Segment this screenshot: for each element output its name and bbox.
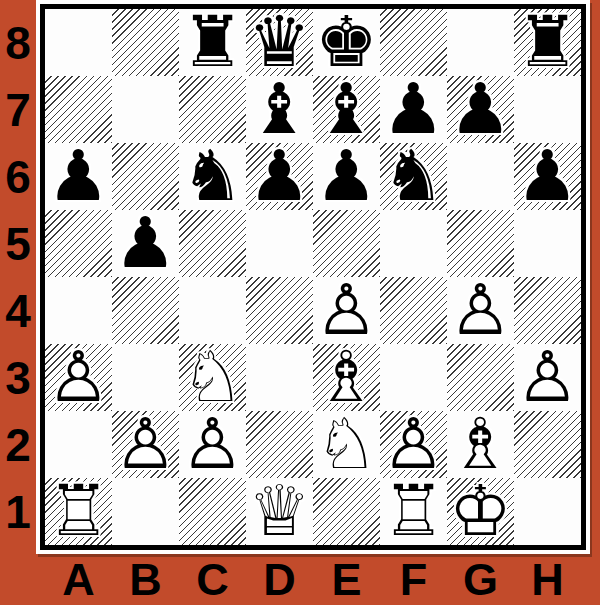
piece-white-pawn[interactable]: ♟♙ [179, 411, 246, 478]
board-widget: ♜♛♚♜♝♝♟♟♟♞♟♟♞♟♟♟♙♟♙♟♙♞♘♝♗♟♙♟♙♟♙♞♘♟♙♝♗♜♖♛… [36, 0, 590, 554]
square-d1[interactable]: ♛♕ [246, 478, 313, 545]
piece-white-knight[interactable]: ♞♘ [313, 411, 380, 478]
square-g2[interactable]: ♝♗ [447, 411, 514, 478]
board-frame: ♜♛♚♜♝♝♟♟♟♞♟♟♞♟♟♟♙♟♙♟♙♞♘♝♗♟♙♟♙♟♙♞♘♟♙♝♗♜♖♛… [40, 4, 586, 550]
white-pawn-icon: ♙ [313, 277, 380, 344]
black-bishop-icon: ♝ [246, 76, 313, 143]
square-e1[interactable] [313, 478, 380, 545]
file-label-d: D [246, 554, 313, 605]
square-g4[interactable]: ♟♙ [447, 277, 514, 344]
white-knight-icon: ♘ [313, 411, 380, 478]
square-c8[interactable]: ♜ [179, 9, 246, 76]
square-h3[interactable]: ♟♙ [514, 344, 581, 411]
piece-white-pawn[interactable]: ♟♙ [112, 411, 179, 478]
piece-white-rook[interactable]: ♜♖ [380, 478, 447, 545]
square-e2[interactable]: ♞♘ [313, 411, 380, 478]
square-c1[interactable] [179, 478, 246, 545]
black-king-icon: ♚ [313, 9, 380, 76]
piece-white-bishop[interactable]: ♝♗ [447, 411, 514, 478]
square-f2[interactable]: ♟♙ [380, 411, 447, 478]
piece-black-pawn[interactable]: ♟ [313, 143, 380, 210]
square-e5[interactable] [313, 210, 380, 277]
white-bishop-icon: ♗ [447, 411, 514, 478]
square-h6[interactable]: ♟ [514, 143, 581, 210]
piece-white-bishop[interactable]: ♝♗ [313, 344, 380, 411]
square-h7[interactable] [514, 76, 581, 143]
square-h1[interactable] [514, 478, 581, 545]
square-g7[interactable]: ♟ [447, 76, 514, 143]
piece-black-king[interactable]: ♚ [313, 9, 380, 76]
square-g1[interactable]: ♚♔ [447, 478, 514, 545]
rank-label-1: 1 [0, 478, 36, 545]
black-pawn-icon: ♟ [246, 143, 313, 210]
square-d6[interactable]: ♟ [246, 143, 313, 210]
piece-black-rook[interactable]: ♜ [179, 9, 246, 76]
black-pawn-icon: ♟ [45, 143, 112, 210]
piece-white-king[interactable]: ♚♔ [447, 478, 514, 545]
square-a4[interactable] [45, 277, 112, 344]
square-b8[interactable] [112, 9, 179, 76]
square-e4[interactable]: ♟♙ [313, 277, 380, 344]
square-f6[interactable]: ♞ [380, 143, 447, 210]
square-h5[interactable] [514, 210, 581, 277]
file-label-g: G [447, 554, 514, 605]
square-a3[interactable]: ♟♙ [45, 344, 112, 411]
file-labels: ABCDEFGH [45, 554, 581, 605]
square-c2[interactable]: ♟♙ [179, 411, 246, 478]
piece-black-bishop[interactable]: ♝ [246, 76, 313, 143]
rank-label-7: 7 [0, 76, 36, 143]
square-f1[interactable]: ♜♖ [380, 478, 447, 545]
piece-white-pawn[interactable]: ♟♙ [447, 277, 514, 344]
square-b7[interactable] [112, 76, 179, 143]
file-label-a: A [45, 554, 112, 605]
square-h4[interactable] [514, 277, 581, 344]
square-c5[interactable] [179, 210, 246, 277]
rank-labels: 87654321 [0, 9, 36, 545]
piece-black-knight[interactable]: ♞ [179, 143, 246, 210]
piece-white-pawn[interactable]: ♟♙ [313, 277, 380, 344]
file-label-c: C [179, 554, 246, 605]
square-g6[interactable] [447, 143, 514, 210]
rank-label-5: 5 [0, 210, 36, 277]
square-f8[interactable] [380, 9, 447, 76]
square-f4[interactable] [380, 277, 447, 344]
square-a1[interactable]: ♜♖ [45, 478, 112, 545]
white-pawn-icon: ♙ [447, 277, 514, 344]
rank-label-6: 6 [0, 143, 36, 210]
square-c7[interactable] [179, 76, 246, 143]
white-pawn-icon: ♙ [380, 411, 447, 478]
black-bishop-icon: ♝ [313, 76, 380, 143]
rank-label-2: 2 [0, 411, 36, 478]
square-c6[interactable]: ♞ [179, 143, 246, 210]
white-knight-icon: ♘ [179, 344, 246, 411]
square-b6[interactable] [112, 143, 179, 210]
piece-black-pawn[interactable]: ♟ [514, 143, 581, 210]
black-queen-icon: ♛ [246, 9, 313, 76]
square-d7[interactable]: ♝ [246, 76, 313, 143]
file-label-h: H [514, 554, 581, 605]
file-label-f: F [380, 554, 447, 605]
black-knight-icon: ♞ [179, 143, 246, 210]
black-rook-icon: ♜ [514, 9, 581, 76]
square-f7[interactable]: ♟ [380, 76, 447, 143]
chess-board: ♜♛♚♜♝♝♟♟♟♞♟♟♞♟♟♟♙♟♙♟♙♞♘♝♗♟♙♟♙♟♙♞♘♟♙♝♗♜♖♛… [45, 9, 581, 545]
black-pawn-icon: ♟ [313, 143, 380, 210]
piece-white-queen[interactable]: ♛♕ [246, 478, 313, 545]
square-a5[interactable] [45, 210, 112, 277]
square-g8[interactable] [447, 9, 514, 76]
black-pawn-icon: ♟ [447, 76, 514, 143]
piece-white-pawn[interactable]: ♟♙ [514, 344, 581, 411]
square-b2[interactable]: ♟♙ [112, 411, 179, 478]
square-a2[interactable] [45, 411, 112, 478]
piece-white-knight[interactable]: ♞♘ [179, 344, 246, 411]
piece-black-queen[interactable]: ♛ [246, 9, 313, 76]
black-rook-icon: ♜ [179, 9, 246, 76]
square-h8[interactable]: ♜ [514, 9, 581, 76]
square-c4[interactable] [179, 277, 246, 344]
file-label-e: E [313, 554, 380, 605]
piece-black-pawn[interactable]: ♟ [380, 76, 447, 143]
rank-label-4: 4 [0, 277, 36, 344]
square-d3[interactable] [246, 344, 313, 411]
square-c3[interactable]: ♞♘ [179, 344, 246, 411]
black-pawn-icon: ♟ [112, 210, 179, 277]
square-g3[interactable] [447, 344, 514, 411]
white-pawn-icon: ♙ [112, 411, 179, 478]
black-knight-icon: ♞ [380, 143, 447, 210]
square-g5[interactable] [447, 210, 514, 277]
white-pawn-icon: ♙ [179, 411, 246, 478]
square-a7[interactable] [45, 76, 112, 143]
file-label-b: B [112, 554, 179, 605]
square-b4[interactable] [112, 277, 179, 344]
square-a6[interactable]: ♟ [45, 143, 112, 210]
square-d4[interactable] [246, 277, 313, 344]
piece-black-knight[interactable]: ♞ [380, 143, 447, 210]
piece-black-pawn[interactable]: ♟ [447, 76, 514, 143]
square-e3[interactable]: ♝♗ [313, 344, 380, 411]
square-b1[interactable] [112, 478, 179, 545]
square-e7[interactable]: ♝ [313, 76, 380, 143]
piece-black-pawn[interactable]: ♟ [112, 210, 179, 277]
white-rook-icon: ♖ [45, 478, 112, 545]
rank-label-3: 3 [0, 344, 36, 411]
square-h2[interactable] [514, 411, 581, 478]
square-b5[interactable]: ♟ [112, 210, 179, 277]
piece-black-pawn[interactable]: ♟ [246, 143, 313, 210]
square-f3[interactable] [380, 344, 447, 411]
piece-white-pawn[interactable]: ♟♙ [380, 411, 447, 478]
white-queen-icon: ♕ [246, 478, 313, 545]
piece-black-rook[interactable]: ♜ [514, 9, 581, 76]
square-d5[interactable] [246, 210, 313, 277]
square-b3[interactable] [112, 344, 179, 411]
rank-label-8: 8 [0, 9, 36, 76]
square-f5[interactable] [380, 210, 447, 277]
white-pawn-icon: ♙ [514, 344, 581, 411]
square-e8[interactable]: ♚ [313, 9, 380, 76]
white-king-icon: ♔ [447, 478, 514, 545]
black-pawn-icon: ♟ [514, 143, 581, 210]
white-rook-icon: ♖ [380, 478, 447, 545]
white-bishop-icon: ♗ [313, 344, 380, 411]
square-d8[interactable]: ♛ [246, 9, 313, 76]
piece-white-pawn[interactable]: ♟♙ [45, 344, 112, 411]
piece-black-bishop[interactable]: ♝ [313, 76, 380, 143]
white-pawn-icon: ♙ [45, 344, 112, 411]
square-a8[interactable] [45, 9, 112, 76]
black-pawn-icon: ♟ [380, 76, 447, 143]
piece-black-pawn[interactable]: ♟ [45, 143, 112, 210]
square-e6[interactable]: ♟ [313, 143, 380, 210]
square-d2[interactable] [246, 411, 313, 478]
piece-white-rook[interactable]: ♜♖ [45, 478, 112, 545]
